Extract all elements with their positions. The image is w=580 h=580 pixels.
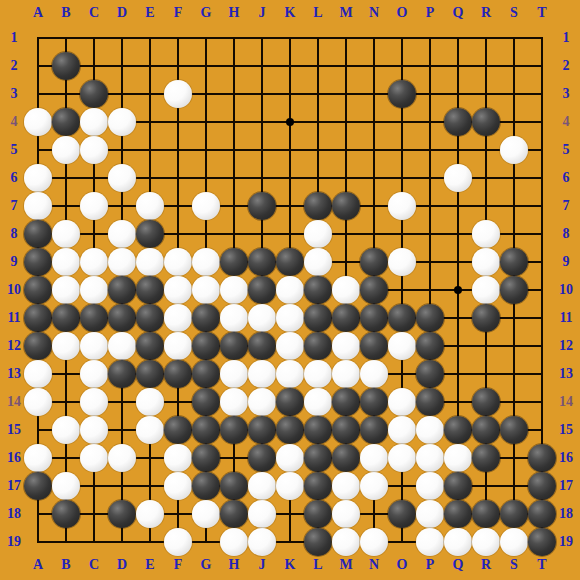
stone-K13-white	[276, 360, 304, 388]
stone-A13-white	[24, 360, 52, 388]
stone-S10-black	[500, 276, 528, 304]
stone-J9-black	[248, 248, 276, 276]
stone-A8-black	[24, 220, 52, 248]
col-label-top-T: T	[528, 5, 556, 21]
row-label-left-7: 7	[1, 198, 27, 214]
stone-P18-white	[416, 500, 444, 528]
col-label-bottom-R: R	[472, 557, 500, 573]
row-label-left-10: 10	[1, 282, 27, 298]
stone-B12-white	[52, 332, 80, 360]
row-label-right-7: 7	[553, 198, 579, 214]
stone-B17-white	[52, 472, 80, 500]
stone-P15-white	[416, 416, 444, 444]
row-label-left-1: 1	[1, 30, 27, 46]
stone-F17-white	[164, 472, 192, 500]
col-label-top-N: N	[360, 5, 388, 21]
row-label-left-3: 3	[1, 86, 27, 102]
col-label-top-R: R	[472, 5, 500, 21]
row-label-right-4: 4	[553, 114, 579, 130]
stone-R8-white	[472, 220, 500, 248]
stone-F11-white	[164, 304, 192, 332]
row-label-left-12: 12	[1, 338, 27, 354]
row-label-left-18: 18	[1, 506, 27, 522]
stone-E7-white	[136, 192, 164, 220]
row-label-left-2: 2	[1, 58, 27, 74]
col-label-bottom-O: O	[388, 557, 416, 573]
stone-A17-black	[24, 472, 52, 500]
stone-D18-black	[108, 500, 136, 528]
stone-F12-white	[164, 332, 192, 360]
stone-C15-white	[80, 416, 108, 444]
stone-L15-black	[304, 416, 332, 444]
stone-S19-white	[500, 528, 528, 556]
col-label-bottom-K: K	[276, 557, 304, 573]
stone-A12-black	[24, 332, 52, 360]
stone-F15-black	[164, 416, 192, 444]
col-label-bottom-C: C	[80, 557, 108, 573]
stone-H15-black	[220, 416, 248, 444]
stone-A9-black	[24, 248, 52, 276]
stone-N14-black	[360, 388, 388, 416]
col-label-bottom-N: N	[360, 557, 388, 573]
stone-A4-white	[24, 108, 52, 136]
col-label-bottom-Q: Q	[444, 557, 472, 573]
stone-G10-white	[192, 276, 220, 304]
stone-F9-white	[164, 248, 192, 276]
stone-T19-black	[528, 528, 556, 556]
row-label-right-5: 5	[553, 142, 579, 158]
stone-S18-black	[500, 500, 528, 528]
stone-N10-black	[360, 276, 388, 304]
row-label-right-3: 3	[553, 86, 579, 102]
stone-E9-white	[136, 248, 164, 276]
stone-C4-white	[80, 108, 108, 136]
stone-M19-white	[332, 528, 360, 556]
stone-E15-white	[136, 416, 164, 444]
col-label-bottom-B: B	[52, 557, 80, 573]
stone-L10-black	[304, 276, 332, 304]
stone-C11-black	[80, 304, 108, 332]
stone-C7-white	[80, 192, 108, 220]
stone-T17-black	[528, 472, 556, 500]
row-label-right-10: 10	[553, 282, 579, 298]
row-label-right-19: 19	[553, 534, 579, 550]
stone-K14-black	[276, 388, 304, 416]
stone-H13-white	[220, 360, 248, 388]
stone-L17-black	[304, 472, 332, 500]
stone-A14-white	[24, 388, 52, 416]
stone-B10-white	[52, 276, 80, 304]
stone-F16-white	[164, 444, 192, 472]
stone-L11-black	[304, 304, 332, 332]
stone-T18-black	[528, 500, 556, 528]
row-label-right-16: 16	[553, 450, 579, 466]
stone-B11-black	[52, 304, 80, 332]
stone-E13-black	[136, 360, 164, 388]
row-label-right-17: 17	[553, 478, 579, 494]
stone-J11-white	[248, 304, 276, 332]
stone-R4-black	[472, 108, 500, 136]
stone-K9-black	[276, 248, 304, 276]
stone-B9-white	[52, 248, 80, 276]
stone-H19-white	[220, 528, 248, 556]
stone-D4-white	[108, 108, 136, 136]
stone-C16-white	[80, 444, 108, 472]
stone-L7-black	[304, 192, 332, 220]
stone-H10-white	[220, 276, 248, 304]
row-label-right-14: 14	[553, 394, 579, 410]
stone-B5-white	[52, 136, 80, 164]
stone-P16-white	[416, 444, 444, 472]
stone-F13-black	[164, 360, 192, 388]
stone-S9-black	[500, 248, 528, 276]
row-label-right-15: 15	[553, 422, 579, 438]
stone-R9-white	[472, 248, 500, 276]
stone-A6-white	[24, 164, 52, 192]
stone-M11-black	[332, 304, 360, 332]
stone-P11-black	[416, 304, 444, 332]
stone-D10-black	[108, 276, 136, 304]
row-label-right-6: 6	[553, 170, 579, 186]
col-label-top-K: K	[276, 5, 304, 21]
col-label-top-J: J	[248, 5, 276, 21]
stone-C9-white	[80, 248, 108, 276]
star-point-K4	[286, 118, 294, 126]
stone-L18-black	[304, 500, 332, 528]
stone-S5-white	[500, 136, 528, 164]
stone-D11-black	[108, 304, 136, 332]
stone-R11-black	[472, 304, 500, 332]
stone-H12-black	[220, 332, 248, 360]
stone-E10-black	[136, 276, 164, 304]
stone-Q6-white	[444, 164, 472, 192]
stone-E12-black	[136, 332, 164, 360]
col-label-top-H: H	[220, 5, 248, 21]
stone-P13-black	[416, 360, 444, 388]
stone-Q4-black	[444, 108, 472, 136]
col-label-top-L: L	[304, 5, 332, 21]
stone-J12-black	[248, 332, 276, 360]
stone-L19-black	[304, 528, 332, 556]
stone-C13-white	[80, 360, 108, 388]
stone-B8-white	[52, 220, 80, 248]
row-label-right-13: 13	[553, 366, 579, 382]
stone-M15-black	[332, 416, 360, 444]
stone-A7-white	[24, 192, 52, 220]
stone-B2-black	[52, 52, 80, 80]
stone-O14-white	[388, 388, 416, 416]
col-label-top-D: D	[108, 5, 136, 21]
stone-J18-white	[248, 500, 276, 528]
col-label-top-G: G	[192, 5, 220, 21]
stone-P17-white	[416, 472, 444, 500]
stone-M14-black	[332, 388, 360, 416]
stone-G12-black	[192, 332, 220, 360]
row-label-right-11: 11	[553, 310, 579, 326]
stone-E8-black	[136, 220, 164, 248]
stone-H17-black	[220, 472, 248, 500]
stone-T16-black	[528, 444, 556, 472]
stone-D8-white	[108, 220, 136, 248]
stone-O3-black	[388, 80, 416, 108]
col-label-top-Q: Q	[444, 5, 472, 21]
stone-K17-white	[276, 472, 304, 500]
stone-D9-white	[108, 248, 136, 276]
stone-L12-black	[304, 332, 332, 360]
stone-N15-black	[360, 416, 388, 444]
stone-J13-white	[248, 360, 276, 388]
stone-C5-white	[80, 136, 108, 164]
stone-Q18-black	[444, 500, 472, 528]
stone-P14-black	[416, 388, 444, 416]
stone-N17-white	[360, 472, 388, 500]
stone-G11-black	[192, 304, 220, 332]
row-label-left-11: 11	[1, 310, 27, 326]
stone-G7-white	[192, 192, 220, 220]
stone-A10-black	[24, 276, 52, 304]
stone-B4-black	[52, 108, 80, 136]
stone-G15-black	[192, 416, 220, 444]
stone-D6-white	[108, 164, 136, 192]
stone-L9-white	[304, 248, 332, 276]
stone-S15-black	[500, 416, 528, 444]
stone-N19-white	[360, 528, 388, 556]
stone-K10-white	[276, 276, 304, 304]
stone-G17-black	[192, 472, 220, 500]
stone-C3-black	[80, 80, 108, 108]
stone-R16-black	[472, 444, 500, 472]
stone-M13-white	[332, 360, 360, 388]
stone-O18-black	[388, 500, 416, 528]
stone-G18-white	[192, 500, 220, 528]
stone-D13-black	[108, 360, 136, 388]
row-label-left-8: 8	[1, 226, 27, 242]
stone-C14-white	[80, 388, 108, 416]
stone-M18-white	[332, 500, 360, 528]
stone-F3-white	[164, 80, 192, 108]
stone-L13-white	[304, 360, 332, 388]
stone-C12-white	[80, 332, 108, 360]
stone-P19-white	[416, 528, 444, 556]
col-label-top-A: A	[24, 5, 52, 21]
stone-N9-black	[360, 248, 388, 276]
stone-G13-black	[192, 360, 220, 388]
row-label-left-6: 6	[1, 170, 27, 186]
col-label-top-E: E	[136, 5, 164, 21]
stone-L8-white	[304, 220, 332, 248]
row-label-right-18: 18	[553, 506, 579, 522]
col-label-bottom-E: E	[136, 557, 164, 573]
stone-R19-white	[472, 528, 500, 556]
stone-G9-white	[192, 248, 220, 276]
stone-A16-white	[24, 444, 52, 472]
stone-A11-black	[24, 304, 52, 332]
stone-D16-white	[108, 444, 136, 472]
stone-P12-black	[416, 332, 444, 360]
col-label-top-M: M	[332, 5, 360, 21]
stone-J19-white	[248, 528, 276, 556]
stone-O15-white	[388, 416, 416, 444]
stone-J16-black	[248, 444, 276, 472]
stone-M12-white	[332, 332, 360, 360]
col-label-top-S: S	[500, 5, 528, 21]
stone-Q17-black	[444, 472, 472, 500]
stone-J15-black	[248, 416, 276, 444]
col-label-bottom-A: A	[24, 557, 52, 573]
stone-F10-white	[164, 276, 192, 304]
stone-J7-black	[248, 192, 276, 220]
stone-N16-white	[360, 444, 388, 472]
stone-E18-white	[136, 500, 164, 528]
stone-K12-white	[276, 332, 304, 360]
col-label-bottom-T: T	[528, 557, 556, 573]
col-label-top-B: B	[52, 5, 80, 21]
stone-L16-black	[304, 444, 332, 472]
stone-M17-white	[332, 472, 360, 500]
stone-Q19-white	[444, 528, 472, 556]
stone-E14-white	[136, 388, 164, 416]
row-label-left-13: 13	[1, 366, 27, 382]
row-label-right-9: 9	[553, 254, 579, 270]
stone-J17-white	[248, 472, 276, 500]
stone-Q16-white	[444, 444, 472, 472]
stone-L14-white	[304, 388, 332, 416]
stone-M10-white	[332, 276, 360, 304]
row-label-left-19: 19	[1, 534, 27, 550]
stone-O7-white	[388, 192, 416, 220]
stone-H18-black	[220, 500, 248, 528]
stone-H14-white	[220, 388, 248, 416]
col-label-bottom-P: P	[416, 557, 444, 573]
row-label-left-4: 4	[1, 114, 27, 130]
col-label-bottom-S: S	[500, 557, 528, 573]
col-label-top-O: O	[388, 5, 416, 21]
stone-R10-white	[472, 276, 500, 304]
col-label-top-F: F	[164, 5, 192, 21]
col-label-bottom-G: G	[192, 557, 220, 573]
stone-M7-black	[332, 192, 360, 220]
stone-N12-black	[360, 332, 388, 360]
stone-N13-white	[360, 360, 388, 388]
row-label-right-2: 2	[553, 58, 579, 74]
stone-R18-black	[472, 500, 500, 528]
col-label-bottom-F: F	[164, 557, 192, 573]
stone-K15-black	[276, 416, 304, 444]
col-label-bottom-J: J	[248, 557, 276, 573]
stone-G16-black	[192, 444, 220, 472]
stone-E11-black	[136, 304, 164, 332]
stone-O9-white	[388, 248, 416, 276]
stone-Q15-black	[444, 416, 472, 444]
stone-O12-white	[388, 332, 416, 360]
col-label-bottom-M: M	[332, 557, 360, 573]
stone-D12-white	[108, 332, 136, 360]
row-label-left-17: 17	[1, 478, 27, 494]
stone-R15-black	[472, 416, 500, 444]
stone-O11-black	[388, 304, 416, 332]
col-label-bottom-D: D	[108, 557, 136, 573]
stone-F19-white	[164, 528, 192, 556]
go-board[interactable]: AABBCCDDEEFFGGHHJJKKLLMMNNOOPPQQRRSSTT11…	[0, 0, 580, 580]
row-label-right-8: 8	[553, 226, 579, 242]
row-label-left-5: 5	[1, 142, 27, 158]
stone-C10-white	[80, 276, 108, 304]
stone-K16-white	[276, 444, 304, 472]
stone-R14-black	[472, 388, 500, 416]
stone-G14-black	[192, 388, 220, 416]
row-label-left-16: 16	[1, 450, 27, 466]
col-label-bottom-L: L	[304, 557, 332, 573]
stone-O16-white	[388, 444, 416, 472]
stone-M16-black	[332, 444, 360, 472]
stone-N11-black	[360, 304, 388, 332]
stone-H9-black	[220, 248, 248, 276]
row-label-right-1: 1	[553, 30, 579, 46]
row-label-right-12: 12	[553, 338, 579, 354]
stone-B15-white	[52, 416, 80, 444]
stone-B18-black	[52, 500, 80, 528]
col-label-top-P: P	[416, 5, 444, 21]
row-label-left-9: 9	[1, 254, 27, 270]
stone-K11-white	[276, 304, 304, 332]
stone-J14-white	[248, 388, 276, 416]
star-point-Q10	[454, 286, 462, 294]
col-label-bottom-H: H	[220, 557, 248, 573]
stone-J10-black	[248, 276, 276, 304]
col-label-top-C: C	[80, 5, 108, 21]
stone-H11-white	[220, 304, 248, 332]
row-label-left-15: 15	[1, 422, 27, 438]
row-label-left-14: 14	[1, 394, 27, 410]
